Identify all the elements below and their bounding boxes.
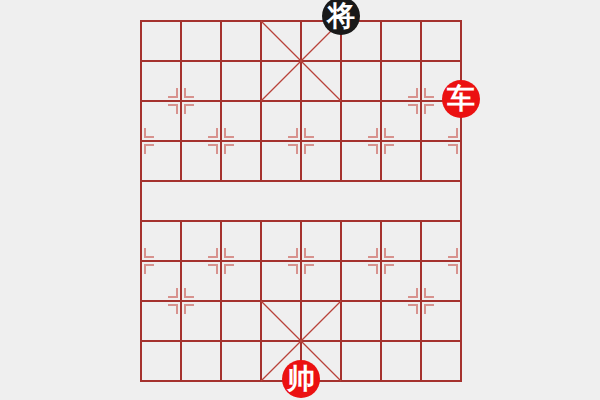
piece-red-general[interactable]: 帅 — [282, 360, 320, 398]
xiangqi-diagram: 将车帅 — [0, 0, 600, 400]
piece-layer: 将车帅 — [140, 20, 462, 382]
xiangqi-board: 将车帅 — [140, 20, 462, 382]
piece-red-chariot[interactable]: 车 — [442, 80, 480, 118]
piece-black-general[interactable]: 将 — [322, 0, 360, 35]
